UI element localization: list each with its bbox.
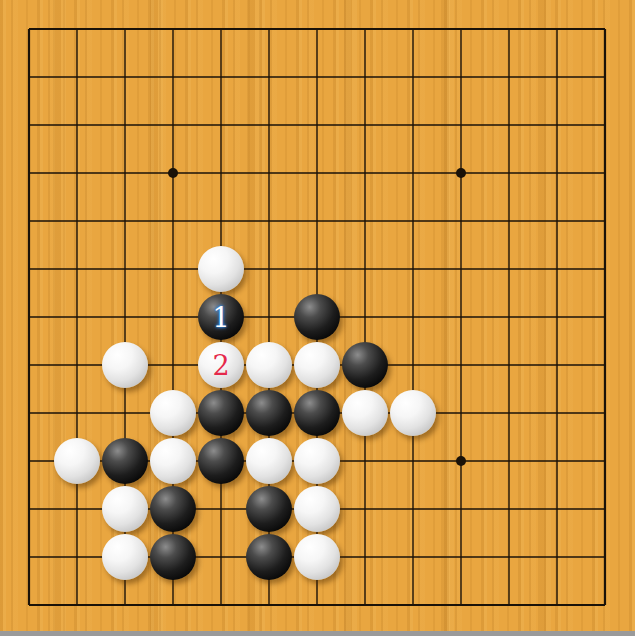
white-stone[interactable]: [390, 390, 436, 436]
black-stone[interactable]: [342, 342, 388, 388]
white-stone[interactable]: [102, 342, 148, 388]
move-number-label: 1: [198, 294, 244, 340]
hoshi-point: [456, 456, 466, 466]
board-edge: [0, 631, 635, 636]
white-stone[interactable]: [198, 246, 244, 292]
black-stone[interactable]: [150, 486, 196, 532]
black-stone[interactable]: [294, 294, 340, 340]
black-stone[interactable]: [294, 390, 340, 436]
move-number-label: 2: [198, 342, 244, 388]
white-stone[interactable]: [294, 438, 340, 484]
white-stone[interactable]: [294, 486, 340, 532]
white-stone[interactable]: [102, 486, 148, 532]
hoshi-point: [168, 168, 178, 178]
black-stone[interactable]: [246, 534, 292, 580]
white-stone[interactable]: [246, 342, 292, 388]
white-stone[interactable]: [150, 390, 196, 436]
white-stone[interactable]: [54, 438, 100, 484]
black-stone[interactable]: [246, 486, 292, 532]
black-stone[interactable]: 1: [198, 294, 244, 340]
black-stone[interactable]: [102, 438, 148, 484]
white-stone[interactable]: [294, 342, 340, 388]
black-stone[interactable]: [198, 438, 244, 484]
white-stone[interactable]: 2: [198, 342, 244, 388]
go-board[interactable]: 12: [0, 0, 635, 636]
black-stone[interactable]: [198, 390, 244, 436]
hoshi-point: [456, 168, 466, 178]
black-stone[interactable]: [246, 390, 292, 436]
white-stone[interactable]: [150, 438, 196, 484]
white-stone[interactable]: [342, 390, 388, 436]
white-stone[interactable]: [294, 534, 340, 580]
white-stone[interactable]: [102, 534, 148, 580]
black-stone[interactable]: [150, 534, 196, 580]
white-stone[interactable]: [246, 438, 292, 484]
